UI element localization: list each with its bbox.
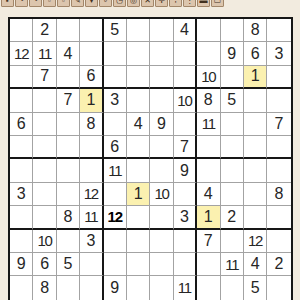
cell-r5c1[interactable]: 6 [10,113,33,136]
cell-r2c2[interactable]: 11 [33,42,56,65]
cell-r3c3[interactable] [57,66,80,89]
cell-r6c5[interactable]: 6 [104,136,127,159]
cell-r9c8[interactable]: 3 [174,206,197,229]
cell-r1c10[interactable] [221,19,244,42]
sudoku-board: 2548121149637610171310856849117671193121… [8,17,293,300]
cell-r9c10[interactable]: 2 [221,206,244,229]
cell-r4c4[interactable]: 1 [80,89,103,112]
cell-r4c11[interactable] [244,89,267,112]
cell-r3c10[interactable] [221,66,244,89]
toolbar-button-4[interactable]: ▫ [43,0,56,7]
cell-r7c3[interactable] [57,159,80,182]
cell-r11c10[interactable]: 11 [221,253,244,276]
cell-r2c12[interactable]: 3 [267,42,290,65]
cell-r1c4[interactable] [80,19,103,42]
cell-r8c7[interactable]: 10 [150,183,173,206]
cell-r4c3[interactable]: 7 [57,89,80,112]
cell-r11c11[interactable]: 4 [244,253,267,276]
toolbar-button-10[interactable]: ◎ [127,0,140,7]
cell-r1c3[interactable] [57,19,80,42]
toolbar-button-11[interactable]: ✕ [141,0,154,7]
cell-r12c9[interactable] [197,276,220,299]
cell-r3c7[interactable] [150,66,173,89]
cell-r9c12[interactable] [267,206,290,229]
cell-r1c2[interactable]: 2 [33,19,56,42]
cell-r12c4[interactable] [80,276,103,299]
toolbar-button-7[interactable]: ▾ [85,0,98,7]
cell-r4c6[interactable] [127,89,150,112]
cell-r11c2[interactable]: 6 [33,253,56,276]
cell-r3c2[interactable]: 7 [33,66,56,89]
cell-r8c3[interactable] [57,183,80,206]
toolbar-button-15[interactable]: ▬ [197,0,210,7]
cell-r12c7[interactable] [150,276,173,299]
cell-r8c8[interactable] [174,183,197,206]
cell-r6c4[interactable] [80,136,103,159]
toolbar-button-3[interactable]: ◔ [29,0,42,7]
cell-r8c11[interactable] [244,183,267,206]
cell-r4c12[interactable] [267,89,290,112]
cell-r7c5[interactable]: 11 [104,159,127,182]
cell-r4c8[interactable]: 10 [174,89,197,112]
cell-r1c6[interactable] [127,19,150,42]
cell-r1c12[interactable] [267,19,290,42]
cell-r10c11[interactable]: 12 [244,230,267,253]
cell-r7c9[interactable] [197,159,220,182]
cell-r2c7[interactable] [150,42,173,65]
cell-r10c3[interactable] [57,230,80,253]
cell-r1c5[interactable]: 5 [104,19,127,42]
cell-r11c9[interactable] [197,253,220,276]
cell-r5c5[interactable] [104,113,127,136]
cell-r2c6[interactable] [127,42,150,65]
toolbar-button-2[interactable]: ◔ [15,0,28,7]
cell-r10c9[interactable]: 7 [197,230,220,253]
cell-r7c11[interactable] [244,159,267,182]
toolbar-button-8[interactable]: ∘ [99,0,112,7]
cell-r2c8[interactable] [174,42,197,65]
cell-r5c2[interactable] [33,113,56,136]
cell-r7c10[interactable] [221,159,244,182]
cell-r3c5[interactable] [104,66,127,89]
cell-r7c4[interactable] [80,159,103,182]
cell-r10c6[interactable] [127,230,150,253]
cell-r12c6[interactable] [127,276,150,299]
toolbar-button-9[interactable]: ◷ [113,0,126,7]
cell-r8c2[interactable] [33,183,56,206]
toolbar-button-1[interactable]: ▪ [1,0,14,7]
cell-r9c9[interactable]: 1 [197,206,220,229]
cell-r4c9[interactable]: 8 [197,89,220,112]
cell-r6c6[interactable] [127,136,150,159]
cell-r1c1[interactable] [10,19,33,42]
cell-r10c10[interactable] [221,230,244,253]
cell-r9c7[interactable] [150,206,173,229]
cell-r2c11[interactable]: 6 [244,42,267,65]
cell-r11c6[interactable] [127,253,150,276]
cell-r11c12[interactable]: 2 [267,253,290,276]
toolbar-button-16[interactable]: ▭ [211,0,224,7]
cell-r2c9[interactable] [197,42,220,65]
cell-r5c12[interactable]: 7 [267,113,290,136]
toolbar-button-14[interactable]: ⋮ [183,0,196,7]
cell-r5c7[interactable]: 9 [150,113,173,136]
cell-r11c3[interactable]: 5 [57,253,80,276]
cell-r2c3[interactable]: 4 [57,42,80,65]
cell-r12c1[interactable] [10,276,33,299]
cell-r5c4[interactable]: 8 [80,113,103,136]
cell-r5c3[interactable] [57,113,80,136]
cell-r7c1[interactable] [10,159,33,182]
cell-r3c4[interactable]: 6 [80,66,103,89]
cell-r4c5[interactable]: 3 [104,89,127,112]
cell-r10c5[interactable] [104,230,127,253]
cell-r5c6[interactable]: 4 [127,113,150,136]
cell-r7c7[interactable] [150,159,173,182]
cell-r11c5[interactable] [104,253,127,276]
cell-r6c9[interactable] [197,136,220,159]
cell-r2c5[interactable] [104,42,127,65]
toolbar-button-12[interactable]: ✛ [155,0,168,7]
cell-r8c4[interactable]: 12 [80,183,103,206]
cell-r6c2[interactable] [33,136,56,159]
cell-r8c12[interactable]: 8 [267,183,290,206]
cell-r1c7[interactable] [150,19,173,42]
cell-r3c1[interactable] [10,66,33,89]
cell-r3c12[interactable] [267,66,290,89]
cell-r2c1[interactable]: 12 [10,42,33,65]
cell-r12c12[interactable] [267,276,290,299]
cell-r3c8[interactable] [174,66,197,89]
cell-r9c3[interactable]: 8 [57,206,80,229]
cell-r3c6[interactable] [127,66,150,89]
cell-r6c3[interactable] [57,136,80,159]
cell-r10c2[interactable]: 10 [33,230,56,253]
cell-r2c10[interactable]: 9 [221,42,244,65]
cell-r9c1[interactable] [10,206,33,229]
cell-r10c4[interactable]: 3 [80,230,103,253]
cell-r10c1[interactable] [10,230,33,253]
cell-r4c1[interactable] [10,89,33,112]
toolbar-button-6[interactable]: ✎ [71,0,84,7]
cell-r8c1[interactable]: 3 [10,183,33,206]
cell-r7c12[interactable] [267,159,290,182]
cell-r4c10[interactable]: 5 [221,89,244,112]
cell-r12c3[interactable] [57,276,80,299]
cell-r8c10[interactable] [221,183,244,206]
cell-r9c11[interactable] [244,206,267,229]
cell-r8c9[interactable]: 4 [197,183,220,206]
cell-r6c7[interactable] [150,136,173,159]
cell-r1c9[interactable] [197,19,220,42]
cell-r6c11[interactable] [244,136,267,159]
cell-r11c7[interactable] [150,253,173,276]
cell-r7c8[interactable]: 9 [174,159,197,182]
cell-r6c8[interactable]: 7 [174,136,197,159]
cell-r12c5[interactable]: 9 [104,276,127,299]
cell-r10c8[interactable] [174,230,197,253]
cell-r11c1[interactable]: 9 [10,253,33,276]
cell-r8c5[interactable] [104,183,127,206]
cell-r3c11[interactable]: 1 [244,66,267,89]
cell-r2c4[interactable] [80,42,103,65]
cell-r5c11[interactable] [244,113,267,136]
cell-r10c7[interactable] [150,230,173,253]
cell-r5c10[interactable] [221,113,244,136]
cell-r1c8[interactable]: 4 [174,19,197,42]
toolbar-button-13[interactable]: ⁞ [169,0,182,7]
toolbar-button-5[interactable]: ▫ [57,0,70,7]
cell-r12c10[interactable] [221,276,244,299]
cell-r11c8[interactable] [174,253,197,276]
cell-r10c12[interactable] [267,230,290,253]
cell-r12c2[interactable]: 8 [33,276,56,299]
cell-r12c11[interactable]: 5 [244,276,267,299]
cell-r6c12[interactable] [267,136,290,159]
toolbar: ▪◔◔▫▫✎▾∘◷◎✕✛⁞⋮▬▭ [1,0,224,7]
cell-r4c7[interactable] [150,89,173,112]
cell-r9c6[interactable] [127,206,150,229]
cell-r5c9[interactable]: 11 [197,113,220,136]
cell-r6c10[interactable] [221,136,244,159]
cell-r5c8[interactable] [174,113,197,136]
cell-r9c4[interactable]: 11 [80,206,103,229]
cell-r11c4[interactable] [80,253,103,276]
cell-r7c2[interactable] [33,159,56,182]
cell-r12c8[interactable]: 11 [174,276,197,299]
cell-r4c2[interactable] [33,89,56,112]
cell-r7c6[interactable] [127,159,150,182]
cell-r9c2[interactable] [33,206,56,229]
cell-r3c9[interactable]: 10 [197,66,220,89]
cell-r9c5[interactable]: 12 [104,206,127,229]
cell-r1c11[interactable]: 8 [244,19,267,42]
cell-r8c6[interactable]: 1 [127,183,150,206]
cell-r6c1[interactable] [10,136,33,159]
